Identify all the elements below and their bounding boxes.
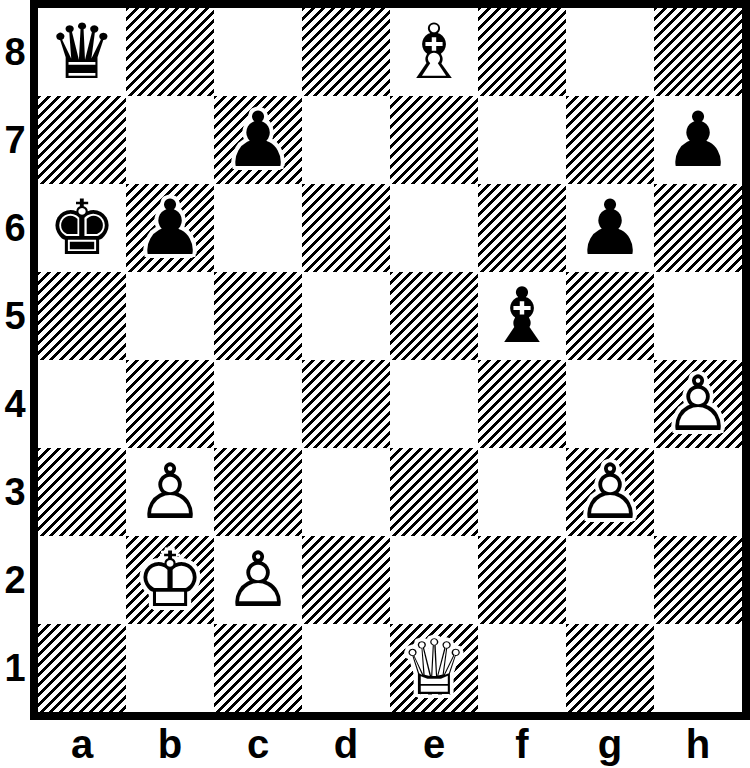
square-h3	[654, 448, 742, 536]
chess-board: ♛♝♗♟♟♚♟♟♝♟♙♟♙♟♙♚♔♟♙♛♕	[30, 0, 750, 720]
square-e2	[390, 536, 478, 624]
square-f5: ♝	[478, 272, 566, 360]
square-d8	[302, 8, 390, 96]
rank-label-4: 4	[0, 360, 30, 448]
square-e5	[390, 272, 478, 360]
chess-diagram: 87654321 ♛♝♗♟♟♚♟♟♝♟♙♟♙♟♙♚♔♟♙♛♕ abcdefgh	[0, 0, 750, 768]
square-e3	[390, 448, 478, 536]
square-e8: ♝♗	[390, 8, 478, 96]
square-e4	[390, 360, 478, 448]
square-c1	[214, 624, 302, 712]
square-b3: ♟♙	[126, 448, 214, 536]
file-label-a: a	[38, 722, 126, 766]
square-g1	[566, 624, 654, 712]
square-d7	[302, 96, 390, 184]
white-king: ♚♔	[126, 536, 214, 624]
white-pawn: ♟♙	[566, 448, 654, 536]
square-d3	[302, 448, 390, 536]
square-a8: ♛	[38, 8, 126, 96]
black-pawn: ♟	[126, 184, 214, 272]
square-f6	[478, 184, 566, 272]
square-g5	[566, 272, 654, 360]
square-a7	[38, 96, 126, 184]
file-label-f: f	[478, 722, 566, 766]
square-f7	[478, 96, 566, 184]
square-c7: ♟	[214, 96, 302, 184]
square-b2: ♚♔	[126, 536, 214, 624]
black-pawn: ♟	[654, 96, 742, 184]
white-queen: ♛♕	[390, 624, 478, 712]
file-label-g: g	[566, 722, 654, 766]
square-h6	[654, 184, 742, 272]
rank-label-6: 6	[0, 184, 30, 272]
square-c5	[214, 272, 302, 360]
file-labels: abcdefgh	[0, 720, 750, 768]
square-f4	[478, 360, 566, 448]
square-a4	[38, 360, 126, 448]
rank-labels: 87654321	[0, 0, 30, 720]
square-b7	[126, 96, 214, 184]
white-pawn: ♟♙	[126, 448, 214, 536]
square-g7	[566, 96, 654, 184]
square-f1	[478, 624, 566, 712]
rank-label-1: 1	[0, 624, 30, 712]
rank-label-7: 7	[0, 96, 30, 184]
square-c4	[214, 360, 302, 448]
square-f3	[478, 448, 566, 536]
square-f8	[478, 8, 566, 96]
file-label-e: e	[390, 722, 478, 766]
file-label-d: d	[302, 722, 390, 766]
square-e7	[390, 96, 478, 184]
square-a1	[38, 624, 126, 712]
square-a3	[38, 448, 126, 536]
square-c8	[214, 8, 302, 96]
square-a2	[38, 536, 126, 624]
square-a5	[38, 272, 126, 360]
square-h7: ♟	[654, 96, 742, 184]
rank-label-2: 2	[0, 536, 30, 624]
square-d1	[302, 624, 390, 712]
white-pawn: ♟♙	[214, 536, 302, 624]
square-h5	[654, 272, 742, 360]
white-pawn: ♟♙	[654, 360, 742, 448]
square-b1	[126, 624, 214, 712]
board-row: 87654321 ♛♝♗♟♟♚♟♟♝♟♙♟♙♟♙♚♔♟♙♛♕	[0, 0, 750, 720]
rank-label-5: 5	[0, 272, 30, 360]
square-h1	[654, 624, 742, 712]
file-label-h: h	[654, 722, 742, 766]
square-g4	[566, 360, 654, 448]
black-bishop: ♝	[478, 272, 566, 360]
rank-label-8: 8	[0, 8, 30, 96]
square-a6: ♚	[38, 184, 126, 272]
square-c6	[214, 184, 302, 272]
square-c2: ♟♙	[214, 536, 302, 624]
square-h4: ♟♙	[654, 360, 742, 448]
square-d6	[302, 184, 390, 272]
square-d2	[302, 536, 390, 624]
file-label-c: c	[214, 722, 302, 766]
square-h2	[654, 536, 742, 624]
square-b5	[126, 272, 214, 360]
square-g6: ♟	[566, 184, 654, 272]
square-g2	[566, 536, 654, 624]
square-g3: ♟♙	[566, 448, 654, 536]
white-bishop: ♝♗	[390, 8, 478, 96]
square-d4	[302, 360, 390, 448]
square-b6: ♟	[126, 184, 214, 272]
square-e1: ♛♕	[390, 624, 478, 712]
square-f2	[478, 536, 566, 624]
black-queen: ♛	[38, 8, 126, 96]
file-label-b: b	[126, 722, 214, 766]
black-pawn: ♟	[214, 96, 302, 184]
rank-label-3: 3	[0, 448, 30, 536]
square-c3	[214, 448, 302, 536]
black-king: ♚	[38, 184, 126, 272]
square-h8	[654, 8, 742, 96]
square-b4	[126, 360, 214, 448]
square-e6	[390, 184, 478, 272]
square-b8	[126, 8, 214, 96]
black-pawn: ♟	[566, 184, 654, 272]
square-d5	[302, 272, 390, 360]
square-g8	[566, 8, 654, 96]
